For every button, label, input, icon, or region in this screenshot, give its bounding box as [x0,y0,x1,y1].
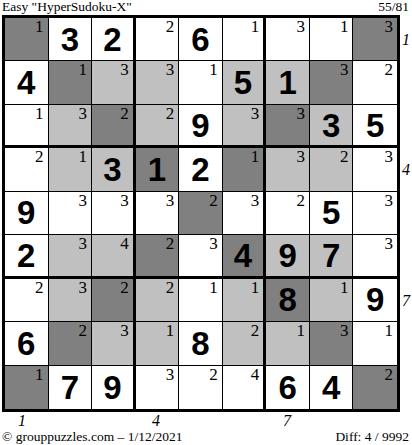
cell-r6c1[interactable]: 2 [5,235,49,278]
cell-r1c4[interactable]: 2 [136,18,180,61]
pencil-mark: 3 [251,105,260,122]
cell-r6c8[interactable]: 7 [310,235,354,278]
cell-value: 9 [5,192,48,234]
pencil-mark: 2 [79,322,88,339]
cell-value: 3 [49,18,92,60]
pencil-mark: 3 [166,366,175,383]
cell-r6c2[interactable]: 3 [49,235,93,278]
cell-value: 9 [179,105,222,145]
pencil-mark: 2 [296,192,305,209]
row-label-4: 4 [402,162,412,178]
cell-r7c2[interactable]: 3 [49,279,93,322]
cell-r9c7[interactable]: 6 [266,366,310,409]
cell-r4c7[interactable]: 3 [266,148,310,191]
pencil-mark: 3 [209,235,218,252]
pencil-mark: 3 [385,18,394,35]
cell-value: 6 [5,322,48,364]
pencil-mark: 3 [251,192,260,209]
pencil-mark: 2 [209,192,218,209]
pencil-mark: 2 [35,279,44,296]
pencil-mark: 3 [385,148,394,165]
pencil-mark: 4 [120,235,129,252]
cell-value: 5 [353,105,397,145]
cell-r8c3[interactable]: 3 [92,322,136,365]
cell-r5c5[interactable]: 2 [179,192,223,235]
cell-r7c7[interactable]: 8 [266,279,310,322]
cell-r2c6[interactable]: 5 [223,61,267,104]
pencil-mark: 3 [166,192,175,209]
pencil-mark: 3 [79,235,88,252]
col-label-7: 7 [279,413,295,429]
cell-r2c2[interactable]: 1 [49,61,93,104]
pencil-mark: 2 [166,105,175,122]
cell-r8c2[interactable]: 2 [49,322,93,365]
pencil-mark: 3 [79,192,88,209]
pencil-mark: 1 [209,279,218,296]
cell-r2c7[interactable]: 1 [266,61,310,104]
pencil-mark: 2 [120,105,129,122]
cell-r5c7[interactable]: 2 [266,192,310,235]
cell-value: 4 [223,235,264,275]
cell-r3c9[interactable]: 5 [353,105,397,148]
cell-value: 9 [92,366,133,409]
pencil-mark: 2 [35,148,44,165]
cell-r7c9[interactable]: 9 [353,279,397,322]
cell-value: 8 [266,279,309,321]
cell-value: 4 [5,61,48,103]
cell-value: 1 [266,61,309,103]
cell-r1c7[interactable]: 3 [266,18,310,61]
pencil-mark: 2 [385,366,394,383]
cell-value: 4 [310,366,353,409]
cell-r4c6[interactable]: 1 [223,148,267,191]
cell-r8c6[interactable]: 2 [223,322,267,365]
pencil-mark: 2 [166,279,175,296]
cell-r8c5[interactable]: 8 [179,322,223,365]
pencil-mark: 1 [340,18,349,35]
cell-r1c3[interactable]: 2 [92,18,136,61]
cell-r4c3[interactable]: 3 [92,148,136,191]
cell-value: 8 [179,322,222,364]
pencil-mark: 3 [120,322,129,339]
cell-r1c9[interactable]: 3 [353,18,397,61]
cell-r9c3[interactable]: 9 [92,366,136,409]
cell-r2c8[interactable]: 3 [310,61,354,104]
cell-value: 7 [49,366,92,409]
puzzle-page: Easy "HyperSudoku-X" 55/81 1322613134133… [0,0,412,445]
cell-value: 1 [136,148,179,190]
progress-counter: 55/81 [378,0,409,14]
cell-r5c4[interactable]: 3 [136,192,180,235]
copyright-text: © grouppuzzles.com – 1/12/2021 [2,429,182,444]
cell-r7c3[interactable]: 2 [92,279,136,322]
cell-r8c8[interactable]: 3 [310,322,354,365]
pencil-mark: 1 [35,366,44,383]
cell-value: 5 [310,192,353,234]
pencil-mark: 2 [120,279,129,296]
pencil-mark: 1 [340,279,349,296]
pencil-mark: 3 [296,148,305,165]
cell-r4c2[interactable]: 1 [49,148,93,191]
pencil-mark: 3 [385,235,394,252]
cell-r6c9[interactable]: 3 [353,235,397,278]
cell-r9c2[interactable]: 7 [49,366,93,409]
pencil-mark: 1 [79,61,88,78]
cell-r2c3[interactable]: 3 [92,61,136,104]
cell-value: 6 [179,18,222,60]
pencil-mark: 1 [296,322,305,339]
cell-r6c5[interactable]: 3 [179,235,223,278]
cell-r4c1[interactable]: 2 [5,148,49,191]
cell-r7c8[interactable]: 1 [310,279,354,322]
pencil-mark: 3 [340,322,349,339]
pencil-mark: 1 [251,18,260,35]
pencil-mark: 1 [166,322,175,339]
pencil-mark: 3 [79,105,88,122]
cell-r9c5[interactable]: 2 [179,366,223,409]
difficulty-text: Diff: 4 / 9992 [335,429,409,444]
cell-value: 2 [92,18,133,60]
cell-r1c8[interactable]: 1 [310,18,354,61]
cell-value: 5 [223,61,264,103]
row-label-1: 1 [402,32,412,48]
puzzle-title: Easy "HyperSudoku-X" [2,0,132,14]
cell-r5c2[interactable]: 3 [49,192,93,235]
cell-r8c7[interactable]: 1 [266,322,310,365]
cell-value: 2 [5,235,48,275]
cell-r1c6[interactable]: 1 [223,18,267,61]
cell-value: 9 [266,235,309,275]
cell-r3c1[interactable]: 1 [5,105,49,148]
cell-r4c9[interactable]: 3 [353,148,397,191]
cell-value: 6 [266,366,309,409]
cell-r2c1[interactable]: 4 [5,61,49,104]
pencil-mark: 2 [166,18,175,35]
cell-r4c5[interactable]: 2 [179,148,223,191]
pencil-mark: 3 [340,61,349,78]
cell-r7c5[interactable]: 1 [179,279,223,322]
pencil-mark: 3 [79,279,88,296]
cell-r3c5[interactable]: 9 [179,105,223,148]
cell-r6c3[interactable]: 4 [92,235,136,278]
pencil-mark: 3 [120,192,129,209]
cell-r9c1[interactable]: 1 [5,366,49,409]
pencil-mark: 1 [35,105,44,122]
cell-value: 2 [179,148,222,190]
cell-r6c4[interactable]: 2 [136,235,180,278]
cell-r9c4[interactable]: 3 [136,366,180,409]
pencil-mark: 3 [296,18,305,35]
pencil-mark: 1 [385,322,394,339]
pencil-mark: 2 [166,235,175,252]
pencil-mark: 2 [340,148,349,165]
col-label-4: 4 [148,413,164,429]
col-label-1: 1 [14,413,30,429]
pencil-mark: 3 [296,105,305,122]
cell-r3c7[interactable]: 3 [266,105,310,148]
pencil-mark: 1 [251,279,260,296]
cell-r8c9[interactable]: 1 [353,322,397,365]
pencil-mark: 2 [251,322,260,339]
cell-r2c9[interactable]: 2 [353,61,397,104]
cell-r8c1[interactable]: 6 [5,322,49,365]
pencil-mark: 3 [120,61,129,78]
cell-r4c4[interactable]: 1 [136,148,180,191]
pencil-mark: 3 [166,61,175,78]
cell-r2c4[interactable]: 3 [136,61,180,104]
cell-r1c2[interactable]: 3 [49,18,93,61]
pencil-mark: 2 [385,61,394,78]
cell-r7c1[interactable]: 2 [5,279,49,322]
pencil-mark: 4 [251,366,260,383]
row-label-7: 7 [402,293,412,309]
sudoku-board: 1322613134133151321322933352131213239333… [2,15,400,412]
pencil-mark: 2 [209,366,218,383]
cell-r3c4[interactable]: 2 [136,105,180,148]
cell-value: 3 [92,148,133,190]
cell-r6c7[interactable]: 9 [266,235,310,278]
cell-r5c6[interactable]: 3 [223,192,267,235]
cell-r9c8[interactable]: 4 [310,366,354,409]
cell-r9c9[interactable]: 2 [353,366,397,409]
cell-r6c6[interactable]: 4 [223,235,267,278]
pencil-mark: 1 [79,148,88,165]
cell-r4c8[interactable]: 2 [310,148,354,191]
cell-r5c8[interactable]: 5 [310,192,354,235]
pencil-mark: 3 [385,192,394,209]
cell-r3c8[interactable]: 3 [310,105,354,148]
pencil-mark: 1 [209,61,218,78]
cell-value: 9 [353,279,397,321]
cell-r5c1[interactable]: 9 [5,192,49,235]
cell-r9c6[interactable]: 4 [223,366,267,409]
cell-r8c4[interactable]: 1 [136,322,180,365]
cell-r7c6[interactable]: 1 [223,279,267,322]
pencil-mark: 1 [35,18,44,35]
cell-r3c6[interactable]: 3 [223,105,267,148]
cell-r1c1[interactable]: 1 [5,18,49,61]
cell-value: 7 [310,235,353,275]
cell-r1c5[interactable]: 6 [179,18,223,61]
cell-value: 3 [310,105,353,145]
cell-r3c2[interactable]: 3 [49,105,93,148]
cell-r3c3[interactable]: 2 [92,105,136,148]
cell-r5c3[interactable]: 3 [92,192,136,235]
pencil-mark: 1 [251,148,260,165]
cell-r7c4[interactable]: 2 [136,279,180,322]
cell-r5c9[interactable]: 3 [353,192,397,235]
cell-r2c5[interactable]: 1 [179,61,223,104]
